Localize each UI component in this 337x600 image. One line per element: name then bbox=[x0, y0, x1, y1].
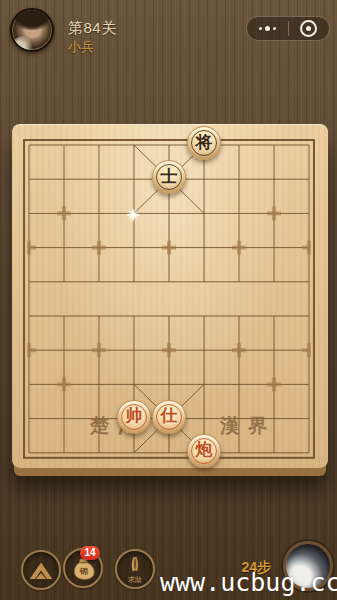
help-label: 求助 bbox=[128, 576, 142, 583]
ask-help-button[interactable]: 求助 bbox=[115, 549, 155, 589]
player-avatar[interactable] bbox=[10, 8, 54, 52]
piece-red-cannon[interactable]: 炮 bbox=[187, 434, 221, 468]
wechat-capsule bbox=[246, 16, 330, 41]
river-label-right: 漢界 bbox=[220, 413, 276, 439]
piece-red-advisor[interactable]: 仕 bbox=[152, 400, 186, 434]
svg-text:锦: 锦 bbox=[79, 566, 89, 576]
exit-circle-icon bbox=[300, 20, 317, 37]
exit-button[interactable] bbox=[289, 17, 330, 40]
praying-hands-icon bbox=[124, 555, 146, 575]
piece-black-advisor[interactable]: 士 bbox=[152, 160, 186, 194]
piece-char: 帅 bbox=[126, 407, 143, 424]
piece-char: 士 bbox=[161, 168, 178, 185]
piece-black-general[interactable]: 将 bbox=[187, 126, 221, 160]
opponent-orb-icon[interactable] bbox=[283, 541, 333, 591]
piece-red-general[interactable]: 帅 bbox=[117, 400, 151, 434]
sparkle-effect bbox=[126, 208, 140, 222]
more-dots-icon bbox=[259, 26, 276, 31]
chevron-up-icon bbox=[26, 557, 56, 583]
steps-counter: 24步 bbox=[241, 559, 271, 577]
piece-char: 炮 bbox=[196, 441, 213, 458]
piece-char: 仕 bbox=[161, 407, 178, 424]
more-options-button[interactable] bbox=[247, 17, 288, 40]
level-label: 第84关 bbox=[68, 19, 117, 38]
xiangqi-board[interactable]: 楚河 漢界 将士帅仕炮 bbox=[12, 124, 328, 468]
hint-count-badge: 14 bbox=[80, 546, 100, 560]
piece-char: 将 bbox=[196, 134, 213, 151]
collapse-button[interactable] bbox=[21, 550, 61, 590]
rank-label: 小兵 bbox=[68, 38, 94, 56]
